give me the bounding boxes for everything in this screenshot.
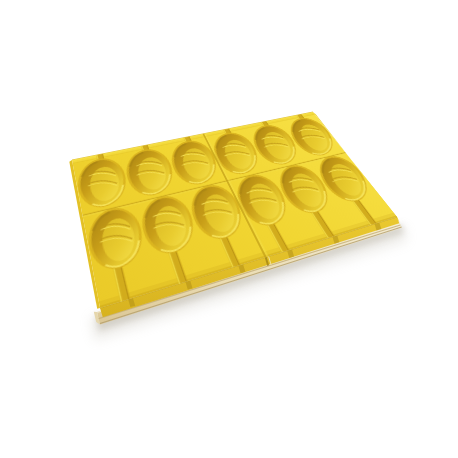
product-photo <box>0 0 458 458</box>
stick-notch <box>290 250 292 257</box>
stick-notch <box>377 223 379 229</box>
stick-notch <box>131 299 133 307</box>
stick-notch <box>188 281 190 289</box>
stick-notch <box>241 265 243 272</box>
stick-notch <box>335 236 337 243</box>
